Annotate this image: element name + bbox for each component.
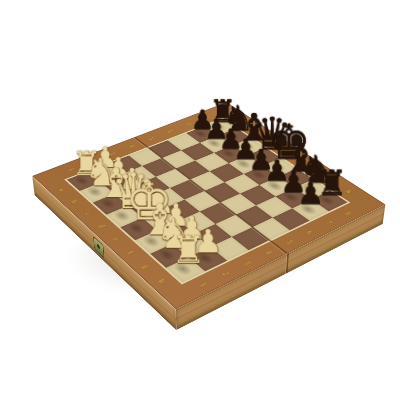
clasp-keyhole-icon	[97, 243, 100, 250]
perspective-scene: aabbccddeeffgghh1122334455667788 ♜♞♝♛♚♝♞…	[0, 0, 400, 400]
fold-seam-side	[286, 253, 289, 274]
black-pawn-icon: ♟	[298, 179, 324, 209]
folding-chess-board: aabbccddeeffgghh1122334455667788 ♜♞♝♛♚♝♞…	[32, 102, 385, 309]
white-rook-icon: ♜	[172, 230, 200, 268]
chess-set-photo: aabbccddeeffgghh1122334455667788 ♜♞♝♛♚♝♞…	[0, 0, 400, 400]
